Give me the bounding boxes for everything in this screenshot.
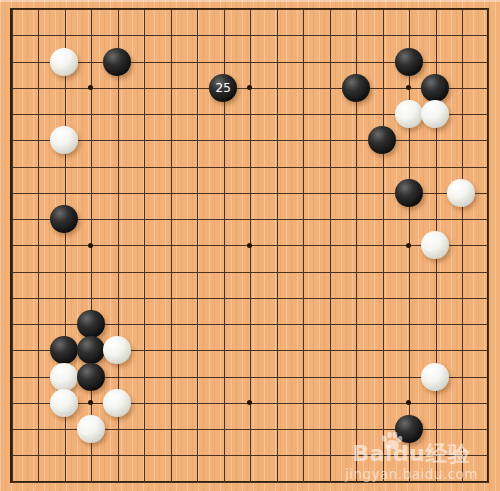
black-stone: ● bbox=[395, 48, 423, 76]
black-stone: ● bbox=[50, 205, 78, 233]
white-stone: ○ bbox=[50, 126, 78, 154]
star-point bbox=[88, 85, 93, 90]
black-stone: ● bbox=[368, 126, 396, 154]
star-point bbox=[406, 243, 411, 248]
black-stone: ●25 bbox=[209, 74, 237, 102]
white-stone: ○ bbox=[447, 179, 475, 207]
black-stone: ● bbox=[77, 310, 105, 338]
white-stone: ○ bbox=[421, 231, 449, 259]
black-stone: ● bbox=[342, 74, 370, 102]
move-number-label: 25 bbox=[209, 74, 237, 102]
star-point bbox=[88, 243, 93, 248]
star-point bbox=[406, 400, 411, 405]
go-board-screenshot: ○●●●25●●○○○●●○●○●●●○○●○○○○● Baidu经验 jing… bbox=[0, 0, 500, 491]
board-grid: ○●●●25●●○○○●●○●○●●●○○●○○○○● bbox=[0, 0, 500, 491]
white-stone: ○ bbox=[103, 389, 131, 417]
star-point bbox=[406, 85, 411, 90]
white-stone: ○ bbox=[50, 363, 78, 391]
star-point bbox=[247, 85, 252, 90]
watermark-logo: Baidu经验 bbox=[345, 442, 478, 466]
star-point bbox=[247, 243, 252, 248]
white-stone: ○ bbox=[421, 363, 449, 391]
watermark: Baidu经验 jingyan.baidu.com bbox=[345, 442, 478, 482]
star-point bbox=[88, 400, 93, 405]
star-point bbox=[247, 400, 252, 405]
black-stone: ● bbox=[77, 336, 105, 364]
white-stone: ○ bbox=[421, 100, 449, 128]
white-stone: ○ bbox=[395, 100, 423, 128]
black-stone: ● bbox=[50, 336, 78, 364]
watermark-url: jingyan.baidu.com bbox=[345, 466, 478, 482]
white-stone: ○ bbox=[50, 48, 78, 76]
paw-icon bbox=[379, 429, 405, 455]
white-stone: ○ bbox=[103, 336, 131, 364]
watermark-suffix: 经验 bbox=[425, 441, 470, 466]
black-stone: ● bbox=[77, 363, 105, 391]
black-stone: ● bbox=[395, 179, 423, 207]
white-stone: ○ bbox=[50, 389, 78, 417]
black-stone: ● bbox=[421, 74, 449, 102]
white-stone: ○ bbox=[77, 415, 105, 443]
black-stone: ● bbox=[103, 48, 131, 76]
